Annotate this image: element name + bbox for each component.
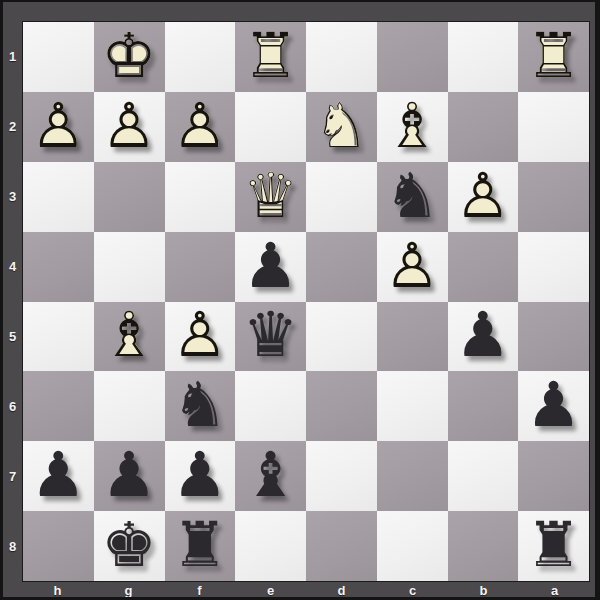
white-king-g1[interactable]: ♚♔: [94, 22, 165, 92]
white-pawn-g2[interactable]: ♟♙: [94, 92, 165, 162]
black-piece-glyph: ♟: [172, 445, 228, 507]
square-f1[interactable]: [165, 22, 236, 92]
white-pawn-f5[interactable]: ♟♙: [165, 302, 236, 372]
square-h1[interactable]: [23, 22, 94, 92]
square-f8[interactable]: ♜: [165, 511, 236, 581]
square-c1[interactable]: [377, 22, 448, 92]
file-label-b: b: [448, 582, 519, 598]
square-f5[interactable]: ♟♙: [165, 302, 236, 372]
black-queen-e5[interactable]: ♛: [235, 302, 306, 372]
square-c5[interactable]: [377, 302, 448, 372]
square-c4[interactable]: ♟♙: [377, 232, 448, 302]
rank-label-3: 3: [3, 161, 22, 231]
chess-board: ♚♔♜♖♜♖♟♙♟♙♟♙♞♘♝♗♛♕♞♟♙♟♟♙♝♗♟♙♛♟♞♟♟♟♟♝♚♜♜: [22, 21, 590, 582]
file-label-c: c: [377, 582, 448, 598]
black-piece-glyph: ♞: [384, 165, 440, 227]
white-piece-outline-glyph: ♔: [101, 25, 157, 87]
square-a3[interactable]: [518, 162, 589, 232]
black-piece-glyph: ♚: [101, 514, 157, 576]
square-b5[interactable]: ♟: [448, 302, 519, 372]
white-piece-outline-glyph: ♗: [384, 95, 440, 157]
square-e2[interactable]: [235, 92, 306, 162]
black-pawn-f7[interactable]: ♟: [165, 441, 236, 511]
square-d1[interactable]: [306, 22, 377, 92]
square-b2[interactable]: [448, 92, 519, 162]
white-piece-outline-glyph: ♙: [31, 95, 87, 157]
square-d4[interactable]: [306, 232, 377, 302]
black-piece-glyph: ♟: [455, 305, 511, 367]
white-rook-a1[interactable]: ♜♖: [518, 22, 589, 92]
square-g8[interactable]: ♚: [94, 511, 165, 581]
square-a8[interactable]: ♜: [518, 511, 589, 581]
white-piece-outline-glyph: ♕: [243, 165, 299, 227]
white-bishop-g5[interactable]: ♝♗: [94, 302, 165, 372]
square-a4[interactable]: [518, 232, 589, 302]
square-d5[interactable]: [306, 302, 377, 372]
white-pawn-b3[interactable]: ♟♙: [448, 162, 519, 232]
square-e8[interactable]: [235, 511, 306, 581]
file-label-h: h: [22, 582, 93, 598]
white-knight-d2[interactable]: ♞♘: [306, 92, 377, 162]
file-label-g: g: [93, 582, 164, 598]
black-pawn-g7[interactable]: ♟: [94, 441, 165, 511]
black-knight-f6[interactable]: ♞: [165, 371, 236, 441]
file-label-e: e: [235, 582, 306, 598]
file-label-d: d: [306, 582, 377, 598]
black-piece-glyph: ♜: [172, 514, 228, 576]
square-e7[interactable]: ♝: [235, 441, 306, 511]
square-e5[interactable]: ♛: [235, 302, 306, 372]
black-piece-glyph: ♞: [172, 375, 228, 437]
black-piece-glyph: ♟: [31, 445, 87, 507]
square-e4[interactable]: ♟: [235, 232, 306, 302]
square-g3[interactable]: [94, 162, 165, 232]
square-g4[interactable]: [94, 232, 165, 302]
square-a6[interactable]: ♟: [518, 371, 589, 441]
white-piece-outline-glyph: ♙: [172, 95, 228, 157]
white-pawn-c4[interactable]: ♟♙: [377, 232, 448, 302]
square-b4[interactable]: [448, 232, 519, 302]
rank-label-4: 4: [3, 231, 22, 301]
square-h5[interactable]: [23, 302, 94, 372]
white-bishop-c2[interactable]: ♝♗: [377, 92, 448, 162]
square-h3[interactable]: [23, 162, 94, 232]
white-queen-e3[interactable]: ♛♕: [235, 162, 306, 232]
rank-label-2: 2: [3, 91, 22, 161]
square-g2[interactable]: ♟♙: [94, 92, 165, 162]
square-b1[interactable]: [448, 22, 519, 92]
square-b8[interactable]: [448, 511, 519, 581]
black-pawn-a6[interactable]: ♟: [518, 371, 589, 441]
rank-label-6: 6: [3, 372, 22, 442]
square-c8[interactable]: [377, 511, 448, 581]
square-g6[interactable]: [94, 371, 165, 441]
square-c6[interactable]: [377, 371, 448, 441]
square-e1[interactable]: ♜♖: [235, 22, 306, 92]
square-e6[interactable]: [235, 371, 306, 441]
square-a5[interactable]: [518, 302, 589, 372]
square-h2[interactable]: ♟♙: [23, 92, 94, 162]
square-c3[interactable]: ♞: [377, 162, 448, 232]
black-pawn-h7[interactable]: ♟: [23, 441, 94, 511]
white-piece-outline-glyph: ♙: [101, 95, 157, 157]
black-piece-glyph: ♛: [243, 305, 299, 367]
square-d2[interactable]: ♞♘: [306, 92, 377, 162]
square-f4[interactable]: [165, 232, 236, 302]
white-piece-outline-glyph: ♙: [172, 305, 228, 367]
black-rook-a8[interactable]: ♜: [518, 511, 589, 581]
black-knight-c3[interactable]: ♞: [377, 162, 448, 232]
file-label-a: a: [519, 582, 590, 598]
square-d7[interactable]: [306, 441, 377, 511]
rank-label-5: 5: [3, 302, 22, 372]
white-piece-outline-glyph: ♙: [384, 235, 440, 297]
white-pawn-h2[interactable]: ♟♙: [23, 92, 94, 162]
square-h4[interactable]: [23, 232, 94, 302]
square-d8[interactable]: [306, 511, 377, 581]
square-f3[interactable]: [165, 162, 236, 232]
square-f2[interactable]: ♟♙: [165, 92, 236, 162]
square-e3[interactable]: ♛♕: [235, 162, 306, 232]
square-g7[interactable]: ♟: [94, 441, 165, 511]
square-b6[interactable]: [448, 371, 519, 441]
square-f6[interactable]: ♞: [165, 371, 236, 441]
file-label-f: f: [164, 582, 235, 598]
square-h7[interactable]: ♟: [23, 441, 94, 511]
rank-label-8: 8: [3, 512, 22, 582]
white-piece-outline-glyph: ♖: [526, 25, 582, 87]
square-b3[interactable]: ♟♙: [448, 162, 519, 232]
rank-label-7: 7: [3, 442, 22, 512]
white-piece-outline-glyph: ♙: [455, 165, 511, 227]
square-c7[interactable]: [377, 441, 448, 511]
black-piece-glyph: ♝: [243, 445, 299, 507]
black-piece-glyph: ♜: [526, 514, 582, 576]
white-piece-outline-glyph: ♗: [101, 305, 157, 367]
square-a2[interactable]: [518, 92, 589, 162]
white-piece-outline-glyph: ♘: [314, 95, 370, 157]
square-g5[interactable]: ♝♗: [94, 302, 165, 372]
black-piece-glyph: ♟: [243, 235, 299, 297]
square-a7[interactable]: [518, 441, 589, 511]
square-h8[interactable]: [23, 511, 94, 581]
square-c2[interactable]: ♝♗: [377, 92, 448, 162]
white-rook-e1[interactable]: ♜♖: [235, 22, 306, 92]
white-pawn-f2[interactable]: ♟♙: [165, 92, 236, 162]
black-piece-glyph: ♟: [526, 375, 582, 437]
black-bishop-e7[interactable]: ♝: [235, 441, 306, 511]
board-frame: 12345678 hgfedcba ♚♔♜♖♜♖♟♙♟♙♟♙♞♘♝♗♛♕♞♟♙♟…: [0, 0, 600, 600]
black-rook-f8[interactable]: ♜: [165, 511, 236, 581]
square-f7[interactable]: ♟: [165, 441, 236, 511]
rank-label-1: 1: [3, 21, 22, 91]
file-labels: hgfedcba: [22, 582, 590, 598]
square-d3[interactable]: [306, 162, 377, 232]
square-a1[interactable]: ♜♖: [518, 22, 589, 92]
white-piece-outline-glyph: ♖: [243, 25, 299, 87]
square-g1[interactable]: ♚♔: [94, 22, 165, 92]
square-d6[interactable]: [306, 371, 377, 441]
square-b7[interactable]: [448, 441, 519, 511]
square-h6[interactable]: [23, 371, 94, 441]
black-pawn-e4[interactable]: ♟: [235, 232, 306, 302]
rank-labels: 12345678: [3, 21, 22, 582]
black-piece-glyph: ♟: [101, 445, 157, 507]
black-king-g8[interactable]: ♚: [94, 511, 165, 581]
black-pawn-b5[interactable]: ♟: [448, 302, 519, 372]
